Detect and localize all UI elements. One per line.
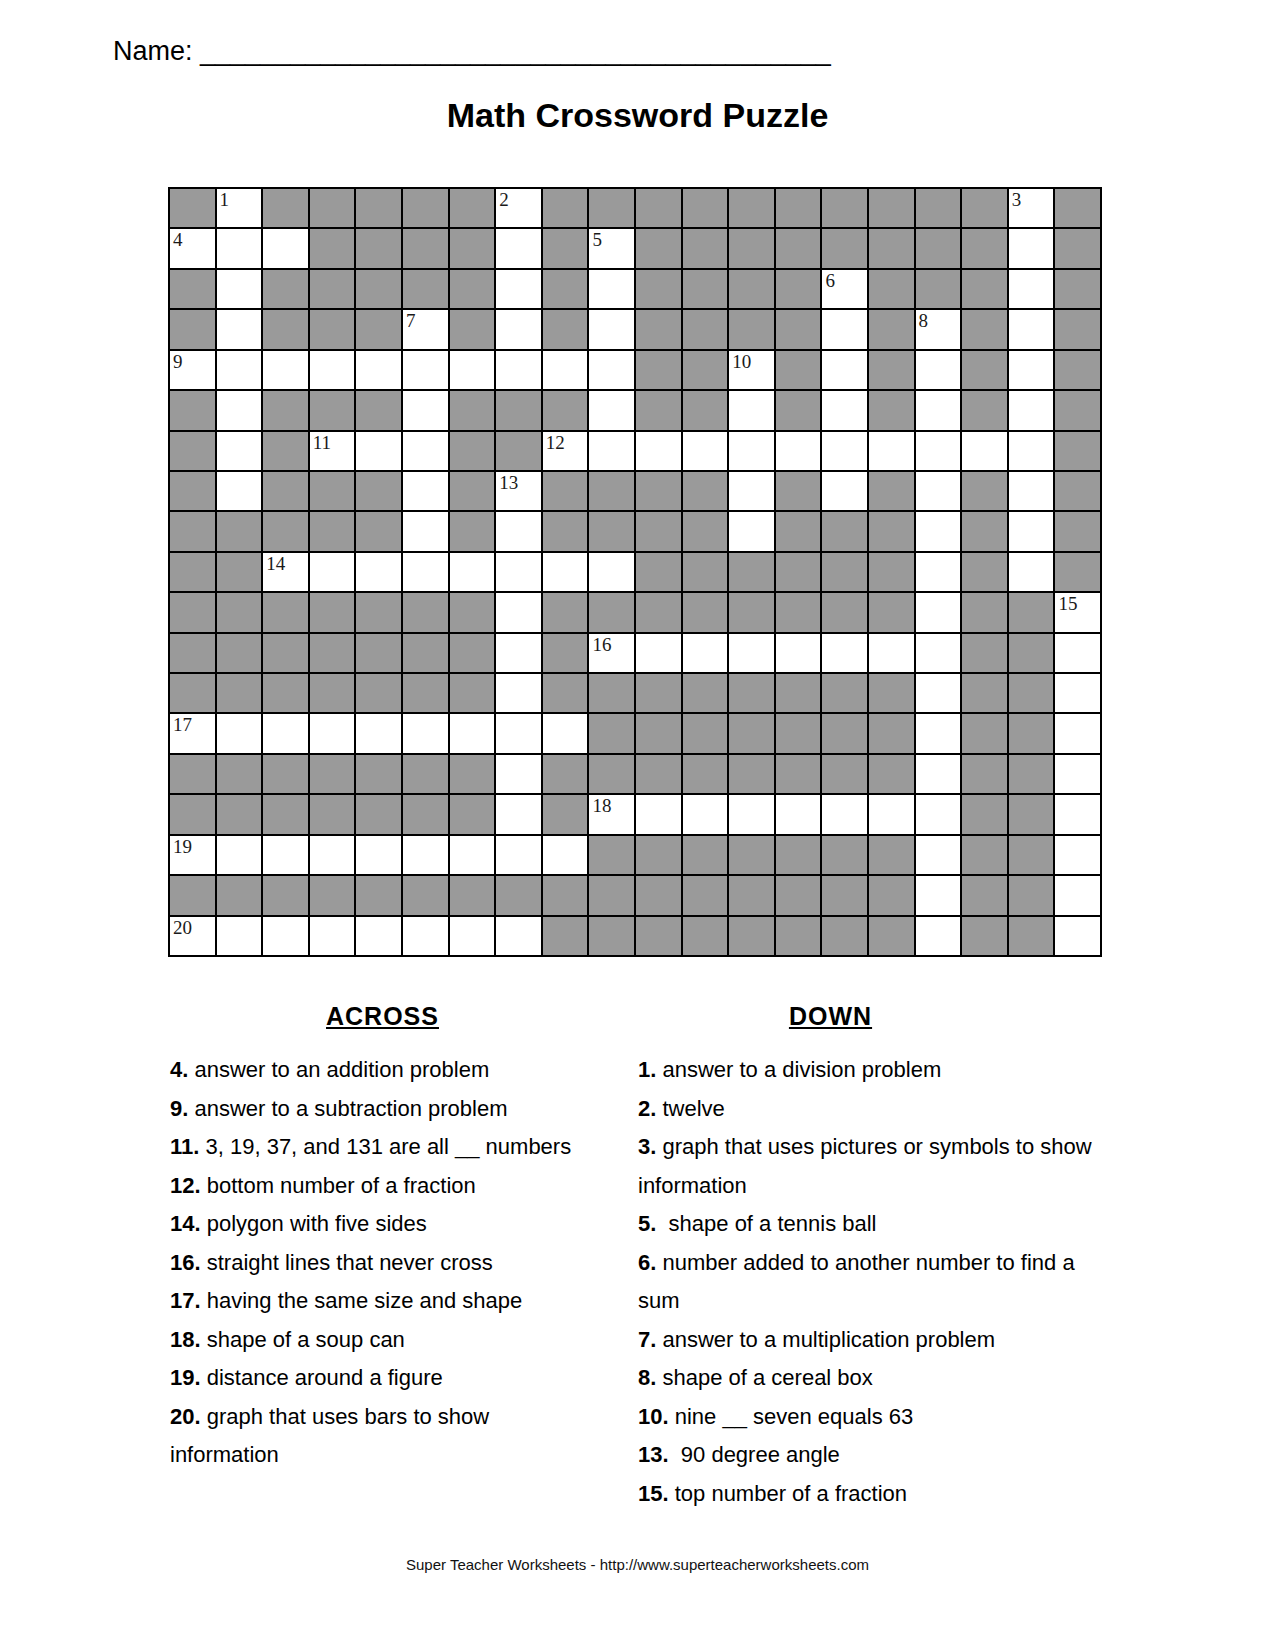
- cell-r3c2[interactable]: [217, 270, 262, 308]
- cell-r16c1: [170, 795, 215, 833]
- clue-number-12: 12: [546, 432, 565, 453]
- cell-r1c9: [543, 189, 588, 227]
- cell-r5c15[interactable]: [822, 351, 867, 389]
- cell-r1c3: [263, 189, 308, 227]
- cell-r10c15: [822, 553, 867, 591]
- cell-r9c16: [869, 512, 914, 550]
- cell-r10c8[interactable]: [496, 553, 541, 591]
- down-clue-8: 8. shape of a cereal box: [638, 1359, 1110, 1398]
- across-clue-16: 16. straight lines that never cross: [170, 1244, 590, 1283]
- cell-r13c13: [729, 674, 774, 712]
- cell-r11c4: [310, 593, 355, 631]
- cell-r9c6[interactable]: [403, 512, 448, 550]
- cell-r1c2[interactable]: 1: [217, 189, 262, 227]
- cell-r12c19: [1009, 634, 1054, 672]
- clue-number-9: 9: [173, 351, 183, 372]
- cell-r7c1: [170, 432, 215, 470]
- cell-r14c8[interactable]: [496, 714, 541, 752]
- cell-r11c18: [962, 593, 1007, 631]
- cell-r17c4[interactable]: [310, 836, 355, 874]
- cell-r5c3[interactable]: [263, 351, 308, 389]
- cell-r1c11: [636, 189, 681, 227]
- cell-r14c6[interactable]: [403, 714, 448, 752]
- cell-r9c19[interactable]: [1009, 512, 1054, 550]
- cell-r18c8: [496, 876, 541, 914]
- cell-r9c13[interactable]: [729, 512, 774, 550]
- cell-r1c8[interactable]: 2: [496, 189, 541, 227]
- cell-r11c8[interactable]: [496, 593, 541, 631]
- cell-r3c18: [962, 270, 1007, 308]
- cell-r10c1: [170, 553, 215, 591]
- cell-r10c6[interactable]: [403, 553, 448, 591]
- cell-r16c13[interactable]: [729, 795, 774, 833]
- cell-r17c19: [1009, 836, 1054, 874]
- cell-r8c14: [776, 472, 821, 510]
- cell-r2c18: [962, 229, 1007, 267]
- cell-r9c7: [450, 512, 495, 550]
- cell-r2c16: [869, 229, 914, 267]
- cell-r4c8[interactable]: [496, 310, 541, 348]
- cell-r16c19: [1009, 795, 1054, 833]
- cell-r17c6[interactable]: [403, 836, 448, 874]
- cell-r15c13: [729, 755, 774, 793]
- cell-r12c8[interactable]: [496, 634, 541, 672]
- cell-r19c2[interactable]: [217, 917, 262, 955]
- cell-r17c3[interactable]: [263, 836, 308, 874]
- cell-r10c5[interactable]: [356, 553, 401, 591]
- cell-r4c19[interactable]: [1009, 310, 1054, 348]
- cell-r10c18: [962, 553, 1007, 591]
- cell-r2c5: [356, 229, 401, 267]
- cell-r19c3[interactable]: [263, 917, 308, 955]
- cell-r13c4: [310, 674, 355, 712]
- cell-r5c12: [683, 351, 728, 389]
- cell-r14c5[interactable]: [356, 714, 401, 752]
- down-clue-list: 1. answer to a division problem2. twelve…: [638, 1051, 1110, 1513]
- cell-r6c11: [636, 391, 681, 429]
- cell-r3c15[interactable]: 6: [822, 270, 867, 308]
- cell-r14c1[interactable]: 17: [170, 714, 215, 752]
- cell-r18c11: [636, 876, 681, 914]
- cell-r19c17[interactable]: [916, 917, 961, 955]
- cell-r4c1: [170, 310, 215, 348]
- cell-r14c9[interactable]: [543, 714, 588, 752]
- cell-r6c10[interactable]: [589, 391, 634, 429]
- cell-r18c6: [403, 876, 448, 914]
- clue-number-8: 8: [919, 310, 929, 331]
- across-clue-19: 19. distance around a figure: [170, 1359, 590, 1398]
- cell-r17c1[interactable]: 19: [170, 836, 215, 874]
- cell-r3c16: [869, 270, 914, 308]
- cell-r1c4: [310, 189, 355, 227]
- cell-r5c5[interactable]: [356, 351, 401, 389]
- across-clue-12: 12. bottom number of a fraction: [170, 1167, 590, 1206]
- cell-r19c12: [683, 917, 728, 955]
- cell-r3c14: [776, 270, 821, 308]
- cell-r12c11[interactable]: [636, 634, 681, 672]
- cell-r13c17[interactable]: [916, 674, 961, 712]
- cell-r1c16: [869, 189, 914, 227]
- cell-r19c5[interactable]: [356, 917, 401, 955]
- cell-r12c15[interactable]: [822, 634, 867, 672]
- cell-r14c12: [683, 714, 728, 752]
- cell-r10c12: [683, 553, 728, 591]
- cell-r11c12: [683, 593, 728, 631]
- cell-r19c9: [543, 917, 588, 955]
- cell-r13c8[interactable]: [496, 674, 541, 712]
- cell-r5c4[interactable]: [310, 351, 355, 389]
- cell-r7c5[interactable]: [356, 432, 401, 470]
- cell-r10c9[interactable]: [543, 553, 588, 591]
- across-clue-18: 18. shape of a soup can: [170, 1321, 590, 1360]
- cell-r2c1[interactable]: 4: [170, 229, 215, 267]
- cell-r7c13[interactable]: [729, 432, 774, 470]
- cell-r6c17[interactable]: [916, 391, 961, 429]
- cell-r15c6: [403, 755, 448, 793]
- cell-r15c20[interactable]: [1055, 755, 1100, 793]
- cell-r17c5[interactable]: [356, 836, 401, 874]
- cell-r4c18: [962, 310, 1007, 348]
- cell-r10c7[interactable]: [450, 553, 495, 591]
- down-header: DOWN: [638, 1002, 1023, 1031]
- cell-r13c12: [683, 674, 728, 712]
- across-clue-list: 4. answer to an addition problem9. answe…: [170, 1051, 590, 1475]
- cell-r6c2[interactable]: [217, 391, 262, 429]
- cell-r3c4: [310, 270, 355, 308]
- cell-r10c17[interactable]: [916, 553, 961, 591]
- cell-r7c17[interactable]: [916, 432, 961, 470]
- cell-r3c19[interactable]: [1009, 270, 1054, 308]
- cell-r7c15[interactable]: [822, 432, 867, 470]
- cell-r16c17[interactable]: [916, 795, 961, 833]
- cell-r16c16[interactable]: [869, 795, 914, 833]
- cell-r8c13[interactable]: [729, 472, 774, 510]
- cell-r15c8[interactable]: [496, 755, 541, 793]
- cell-r8c7: [450, 472, 495, 510]
- cell-r4c13: [729, 310, 774, 348]
- cell-r14c2[interactable]: [217, 714, 262, 752]
- cell-r18c5: [356, 876, 401, 914]
- cell-r7c18[interactable]: [962, 432, 1007, 470]
- cell-r5c14: [776, 351, 821, 389]
- cell-r4c15[interactable]: [822, 310, 867, 348]
- cell-r10c4[interactable]: [310, 553, 355, 591]
- cell-r3c11: [636, 270, 681, 308]
- cell-r12c12[interactable]: [683, 634, 728, 672]
- cell-r5c13[interactable]: 10: [729, 351, 774, 389]
- cell-r4c17[interactable]: 8: [916, 310, 961, 348]
- cell-r15c17[interactable]: [916, 755, 961, 793]
- cell-r14c14: [776, 714, 821, 752]
- cell-r3c9: [543, 270, 588, 308]
- cell-r1c10: [589, 189, 634, 227]
- cell-r19c10: [589, 917, 634, 955]
- cell-r13c1: [170, 674, 215, 712]
- cell-r11c20[interactable]: 15: [1055, 593, 1100, 631]
- down-clue-7: 7. answer to a multiplication problem: [638, 1321, 1110, 1360]
- cell-r19c16: [869, 917, 914, 955]
- cell-r10c10[interactable]: [589, 553, 634, 591]
- cell-r15c9: [543, 755, 588, 793]
- cell-r11c11: [636, 593, 681, 631]
- clue-number-2: 2: [499, 189, 509, 210]
- cell-r8c20: [1055, 472, 1100, 510]
- cell-r15c15: [822, 755, 867, 793]
- cell-r4c6[interactable]: 7: [403, 310, 448, 348]
- cell-r7c6[interactable]: [403, 432, 448, 470]
- name-blank-line[interactable]: ________________________________________…: [200, 36, 831, 66]
- cell-r3c3: [263, 270, 308, 308]
- cell-r5c9[interactable]: [543, 351, 588, 389]
- cell-r12c14[interactable]: [776, 634, 821, 672]
- cell-r19c6[interactable]: [403, 917, 448, 955]
- cell-r2c4: [310, 229, 355, 267]
- cell-r1c18: [962, 189, 1007, 227]
- cell-r19c1[interactable]: 20: [170, 917, 215, 955]
- cell-r4c10[interactable]: [589, 310, 634, 348]
- cell-r5c8[interactable]: [496, 351, 541, 389]
- cell-r5c6[interactable]: [403, 351, 448, 389]
- cell-r6c13[interactable]: [729, 391, 774, 429]
- cell-r9c4: [310, 512, 355, 550]
- clue-number-1: 1: [220, 189, 230, 210]
- cell-r13c3: [263, 674, 308, 712]
- cell-r11c19: [1009, 593, 1054, 631]
- across-clue-17: 17. having the same size and shape: [170, 1282, 590, 1321]
- clue-number-13: 13: [499, 472, 518, 493]
- across-header: ACROSS: [170, 1002, 595, 1031]
- cell-r1c15: [822, 189, 867, 227]
- cell-r10c3[interactable]: 14: [263, 553, 308, 591]
- across-clue-4: 4. answer to an addition problem: [170, 1051, 590, 1090]
- cell-r4c7: [450, 310, 495, 348]
- cell-r17c7[interactable]: [450, 836, 495, 874]
- cell-r18c20[interactable]: [1055, 876, 1100, 914]
- clue-number-19: 19: [173, 836, 192, 857]
- cell-r16c14[interactable]: [776, 795, 821, 833]
- cell-r1c19[interactable]: 3: [1009, 189, 1054, 227]
- footer-credit: Super Teacher Worksheets - http://www.su…: [0, 1556, 1275, 1573]
- cell-r17c15: [822, 836, 867, 874]
- cell-r12c13[interactable]: [729, 634, 774, 672]
- cell-r18c7: [450, 876, 495, 914]
- cell-r8c19[interactable]: [1009, 472, 1054, 510]
- across-clues-section: ACROSS 4. answer to an addition problem9…: [170, 1002, 590, 1475]
- cell-r9c11: [636, 512, 681, 550]
- cell-r10c11: [636, 553, 681, 591]
- cell-r7c9[interactable]: 12: [543, 432, 588, 470]
- cell-r19c20[interactable]: [1055, 917, 1100, 955]
- cell-r17c10: [589, 836, 634, 874]
- cell-r9c9: [543, 512, 588, 550]
- down-clue-13: 13. 90 degree angle: [638, 1436, 1110, 1475]
- cell-r12c5: [356, 634, 401, 672]
- cell-r10c19[interactable]: [1009, 553, 1054, 591]
- cell-r8c6[interactable]: [403, 472, 448, 510]
- cell-r7c11[interactable]: [636, 432, 681, 470]
- across-clue-9: 9. answer to a subtraction problem: [170, 1090, 590, 1129]
- cell-r5c17[interactable]: [916, 351, 961, 389]
- cell-r19c15: [822, 917, 867, 955]
- cell-r3c10[interactable]: [589, 270, 634, 308]
- cell-r1c13: [729, 189, 774, 227]
- cell-r5c1[interactable]: 9: [170, 351, 215, 389]
- clue-number-5: 5: [592, 229, 602, 250]
- cell-r14c4[interactable]: [310, 714, 355, 752]
- cell-r5c10[interactable]: [589, 351, 634, 389]
- across-clue-20: 20. graph that uses bars to show informa…: [170, 1398, 590, 1475]
- cell-r16c18: [962, 795, 1007, 833]
- cell-r2c3[interactable]: [263, 229, 308, 267]
- cell-r17c2[interactable]: [217, 836, 262, 874]
- cell-r2c17: [916, 229, 961, 267]
- cell-r17c17[interactable]: [916, 836, 961, 874]
- cell-r8c8[interactable]: 13: [496, 472, 541, 510]
- cell-r17c12: [683, 836, 728, 874]
- cell-r17c8[interactable]: [496, 836, 541, 874]
- cell-r17c20[interactable]: [1055, 836, 1100, 874]
- cell-r17c9[interactable]: [543, 836, 588, 874]
- cell-r6c6[interactable]: [403, 391, 448, 429]
- cell-r8c11: [636, 472, 681, 510]
- cell-r6c15[interactable]: [822, 391, 867, 429]
- down-clues-section: DOWN 1. answer to a division problem2. t…: [638, 1002, 1110, 1513]
- cell-r2c15: [822, 229, 867, 267]
- down-clue-15: 15. top number of a fraction: [638, 1475, 1110, 1514]
- cell-r14c17[interactable]: [916, 714, 961, 752]
- cell-r9c15: [822, 512, 867, 550]
- cell-r8c5: [356, 472, 401, 510]
- cell-r18c9: [543, 876, 588, 914]
- cell-r1c6: [403, 189, 448, 227]
- cell-r5c2[interactable]: [217, 351, 262, 389]
- cell-r7c4[interactable]: 11: [310, 432, 355, 470]
- cell-r8c15[interactable]: [822, 472, 867, 510]
- cell-r12c20[interactable]: [1055, 634, 1100, 672]
- cell-r9c8[interactable]: [496, 512, 541, 550]
- cell-r16c20[interactable]: [1055, 795, 1100, 833]
- cell-r16c3: [263, 795, 308, 833]
- cell-r16c8[interactable]: [496, 795, 541, 833]
- cell-r8c17[interactable]: [916, 472, 961, 510]
- cell-r1c14: [776, 189, 821, 227]
- cell-r19c8[interactable]: [496, 917, 541, 955]
- cell-r1c17: [916, 189, 961, 227]
- cell-r8c2[interactable]: [217, 472, 262, 510]
- cell-r9c12: [683, 512, 728, 550]
- cell-r7c16[interactable]: [869, 432, 914, 470]
- cell-r19c4[interactable]: [310, 917, 355, 955]
- cell-r16c4: [310, 795, 355, 833]
- cell-r16c15[interactable]: [822, 795, 867, 833]
- cell-r3c1: [170, 270, 215, 308]
- cell-r3c8[interactable]: [496, 270, 541, 308]
- cell-r17c13: [729, 836, 774, 874]
- cell-r3c7: [450, 270, 495, 308]
- cell-r10c2: [217, 553, 262, 591]
- cell-r4c2[interactable]: [217, 310, 262, 348]
- cell-r1c7: [450, 189, 495, 227]
- cell-r7c14[interactable]: [776, 432, 821, 470]
- cell-r14c20[interactable]: [1055, 714, 1100, 752]
- cell-r2c8[interactable]: [496, 229, 541, 267]
- cell-r16c10[interactable]: 18: [589, 795, 634, 833]
- cell-r5c7[interactable]: [450, 351, 495, 389]
- cell-r1c1: [170, 189, 215, 227]
- cell-r2c2[interactable]: [217, 229, 262, 267]
- cell-r14c3[interactable]: [263, 714, 308, 752]
- cell-r13c10: [589, 674, 634, 712]
- cell-r6c5: [356, 391, 401, 429]
- cell-r11c10: [589, 593, 634, 631]
- cell-r5c19[interactable]: [1009, 351, 1054, 389]
- cell-r1c12: [683, 189, 728, 227]
- cell-r7c10[interactable]: [589, 432, 634, 470]
- cell-r13c11: [636, 674, 681, 712]
- cell-r19c11: [636, 917, 681, 955]
- cell-r8c9: [543, 472, 588, 510]
- cell-r6c19[interactable]: [1009, 391, 1054, 429]
- cell-r2c20: [1055, 229, 1100, 267]
- name-label: Name:: [113, 36, 193, 66]
- clue-number-14: 14: [266, 553, 285, 574]
- cell-r12c10[interactable]: 16: [589, 634, 634, 672]
- cell-r11c5: [356, 593, 401, 631]
- cell-r12c17[interactable]: [916, 634, 961, 672]
- cell-r16c2: [217, 795, 262, 833]
- cell-r18c17[interactable]: [916, 876, 961, 914]
- cell-r4c3: [263, 310, 308, 348]
- name-row: Name: __________________________________…: [113, 36, 831, 67]
- cell-r7c12[interactable]: [683, 432, 728, 470]
- cell-r14c10: [589, 714, 634, 752]
- cell-r19c7[interactable]: [450, 917, 495, 955]
- cell-r16c12[interactable]: [683, 795, 728, 833]
- clue-number-17: 17: [173, 714, 192, 735]
- cell-r2c19[interactable]: [1009, 229, 1054, 267]
- cell-r7c2[interactable]: [217, 432, 262, 470]
- cell-r2c10[interactable]: 5: [589, 229, 634, 267]
- cell-r14c16: [869, 714, 914, 752]
- cell-r17c16: [869, 836, 914, 874]
- cell-r12c3: [263, 634, 308, 672]
- cell-r14c7[interactable]: [450, 714, 495, 752]
- cell-r12c16[interactable]: [869, 634, 914, 672]
- cell-r14c11: [636, 714, 681, 752]
- cell-r18c12: [683, 876, 728, 914]
- cell-r18c10: [589, 876, 634, 914]
- cell-r9c20: [1055, 512, 1100, 550]
- cell-r18c3: [263, 876, 308, 914]
- cell-r11c17[interactable]: [916, 593, 961, 631]
- cell-r6c8: [496, 391, 541, 429]
- cell-r13c20[interactable]: [1055, 674, 1100, 712]
- cell-r12c2: [217, 634, 262, 672]
- cell-r3c12: [683, 270, 728, 308]
- cell-r13c7: [450, 674, 495, 712]
- clue-number-4: 4: [173, 229, 183, 250]
- cell-r16c11[interactable]: [636, 795, 681, 833]
- cell-r9c17[interactable]: [916, 512, 961, 550]
- cell-r18c16: [869, 876, 914, 914]
- cell-r6c18: [962, 391, 1007, 429]
- page-title: Math Crossword Puzzle: [0, 96, 1275, 135]
- cell-r19c13: [729, 917, 774, 955]
- cell-r7c19[interactable]: [1009, 432, 1054, 470]
- clue-number-6: 6: [825, 270, 835, 291]
- cell-r14c15: [822, 714, 867, 752]
- cell-r15c11: [636, 755, 681, 793]
